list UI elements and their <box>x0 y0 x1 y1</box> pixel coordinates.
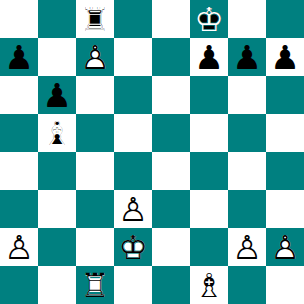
square-c6[interactable] <box>76 76 114 114</box>
white-king-outline-glyph: ♔ <box>114 228 152 266</box>
square-d8[interactable] <box>114 0 152 38</box>
black-bishop[interactable]: ♝♗ <box>38 114 76 152</box>
black-rook[interactable]: ♜♖ <box>76 0 114 38</box>
white-pawn[interactable]: ♟♙ <box>228 228 266 266</box>
square-h4[interactable] <box>266 152 304 190</box>
white-bishop[interactable]: ♝♗ <box>190 266 228 304</box>
square-b2[interactable] <box>38 228 76 266</box>
square-a2[interactable]: ♟♙ <box>0 228 38 266</box>
black-pawn[interactable]: ♟ <box>38 76 76 114</box>
black-king[interactable]: ♚♔ <box>190 0 228 38</box>
square-b1[interactable] <box>38 266 76 304</box>
square-d3[interactable]: ♟♙ <box>114 190 152 228</box>
square-h7[interactable]: ♟ <box>266 38 304 76</box>
black-pawn-fill-glyph: ♟ <box>266 38 304 76</box>
white-pawn-outline-glyph: ♙ <box>114 190 152 228</box>
square-c1[interactable]: ♜♖ <box>76 266 114 304</box>
square-f7[interactable]: ♟ <box>190 38 228 76</box>
square-c3[interactable] <box>76 190 114 228</box>
square-g7[interactable]: ♟ <box>228 38 266 76</box>
square-c4[interactable] <box>76 152 114 190</box>
white-king[interactable]: ♚♔ <box>114 228 152 266</box>
square-d4[interactable] <box>114 152 152 190</box>
black-rook-outline-glyph: ♖ <box>76 0 114 38</box>
square-d7[interactable] <box>114 38 152 76</box>
square-h1[interactable] <box>266 266 304 304</box>
white-bishop-outline-glyph: ♗ <box>190 266 228 304</box>
square-f3[interactable] <box>190 190 228 228</box>
square-a5[interactable] <box>0 114 38 152</box>
white-pawn[interactable]: ♟♙ <box>114 190 152 228</box>
square-h8[interactable] <box>266 0 304 38</box>
white-pawn[interactable]: ♟♙ <box>0 228 38 266</box>
square-a8[interactable] <box>0 0 38 38</box>
square-d5[interactable] <box>114 114 152 152</box>
square-b6[interactable]: ♟ <box>38 76 76 114</box>
square-e5[interactable] <box>152 114 190 152</box>
square-d1[interactable] <box>114 266 152 304</box>
square-e2[interactable] <box>152 228 190 266</box>
square-c7[interactable]: ♟♙ <box>76 38 114 76</box>
square-e3[interactable] <box>152 190 190 228</box>
square-a7[interactable]: ♟ <box>0 38 38 76</box>
square-h3[interactable] <box>266 190 304 228</box>
square-g4[interactable] <box>228 152 266 190</box>
black-pawn-fill-glyph: ♟ <box>38 76 76 114</box>
square-f8[interactable]: ♚♔ <box>190 0 228 38</box>
square-a4[interactable] <box>0 152 38 190</box>
square-g6[interactable] <box>228 76 266 114</box>
square-c2[interactable] <box>76 228 114 266</box>
square-e1[interactable] <box>152 266 190 304</box>
black-pawn-fill-glyph: ♟ <box>228 38 266 76</box>
square-b8[interactable] <box>38 0 76 38</box>
square-d6[interactable] <box>114 76 152 114</box>
black-king-outline-glyph: ♔ <box>190 0 228 38</box>
white-pawn-outline-glyph: ♙ <box>228 228 266 266</box>
square-f4[interactable] <box>190 152 228 190</box>
square-g1[interactable] <box>228 266 266 304</box>
white-pawn-outline-glyph: ♙ <box>266 228 304 266</box>
square-f6[interactable] <box>190 76 228 114</box>
white-pawn[interactable]: ♟♙ <box>266 228 304 266</box>
black-pawn-fill-glyph: ♟ <box>0 38 38 76</box>
black-pawn[interactable]: ♟ <box>228 38 266 76</box>
square-b7[interactable] <box>38 38 76 76</box>
black-pawn[interactable]: ♟ <box>0 38 38 76</box>
square-h2[interactable]: ♟♙ <box>266 228 304 266</box>
square-e6[interactable] <box>152 76 190 114</box>
square-g3[interactable] <box>228 190 266 228</box>
square-a3[interactable] <box>0 190 38 228</box>
square-b5[interactable]: ♝♗ <box>38 114 76 152</box>
chess-diagram: ♜♖♚♔♟♟♙♟♟♟♟♝♗♟♙♟♙♚♔♟♙♟♙♜♖♝♗ <box>0 0 304 304</box>
white-pawn[interactable]: ♟♙ <box>76 38 114 76</box>
square-a6[interactable] <box>0 76 38 114</box>
square-g2[interactable]: ♟♙ <box>228 228 266 266</box>
square-a1[interactable] <box>0 266 38 304</box>
white-rook[interactable]: ♜♖ <box>76 266 114 304</box>
square-g8[interactable] <box>228 0 266 38</box>
square-f2[interactable] <box>190 228 228 266</box>
chess-board: ♜♖♚♔♟♟♙♟♟♟♟♝♗♟♙♟♙♚♔♟♙♟♙♜♖♝♗ <box>0 0 304 304</box>
white-pawn-outline-glyph: ♙ <box>0 228 38 266</box>
square-b4[interactable] <box>38 152 76 190</box>
square-h5[interactable] <box>266 114 304 152</box>
black-pawn[interactable]: ♟ <box>190 38 228 76</box>
square-e7[interactable] <box>152 38 190 76</box>
black-pawn-fill-glyph: ♟ <box>190 38 228 76</box>
square-e8[interactable] <box>152 0 190 38</box>
square-c8[interactable]: ♜♖ <box>76 0 114 38</box>
square-d2[interactable]: ♚♔ <box>114 228 152 266</box>
square-h6[interactable] <box>266 76 304 114</box>
black-pawn[interactable]: ♟ <box>266 38 304 76</box>
white-rook-outline-glyph: ♖ <box>76 266 114 304</box>
square-c5[interactable] <box>76 114 114 152</box>
square-g5[interactable] <box>228 114 266 152</box>
square-f5[interactable] <box>190 114 228 152</box>
square-b3[interactable] <box>38 190 76 228</box>
square-e4[interactable] <box>152 152 190 190</box>
black-bishop-outline-glyph: ♗ <box>38 114 76 152</box>
square-f1[interactable]: ♝♗ <box>190 266 228 304</box>
white-pawn-outline-glyph: ♙ <box>76 38 114 76</box>
